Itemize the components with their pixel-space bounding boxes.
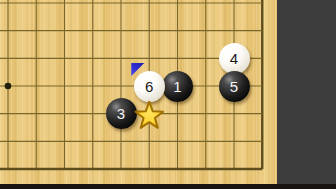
stone-number: 3 xyxy=(117,98,125,129)
stone-number: 5 xyxy=(230,71,238,102)
bottom-bar xyxy=(0,184,336,189)
stone-white-4: 4 xyxy=(219,43,250,74)
app-screen: 13456 xyxy=(0,0,336,189)
go-board[interactable]: 13456 xyxy=(0,0,277,184)
hoshi-point xyxy=(5,83,12,90)
stone-white-6: 6 xyxy=(134,71,165,102)
side-panel xyxy=(277,0,336,189)
stone-number: 1 xyxy=(173,71,181,102)
star-marker[interactable] xyxy=(135,102,163,128)
stone-number: 4 xyxy=(230,43,238,74)
stone-black-5: 5 xyxy=(219,71,250,102)
stone-black-3: 3 xyxy=(106,98,137,129)
stone-number: 6 xyxy=(145,71,153,102)
stone-black-1: 1 xyxy=(162,71,193,102)
